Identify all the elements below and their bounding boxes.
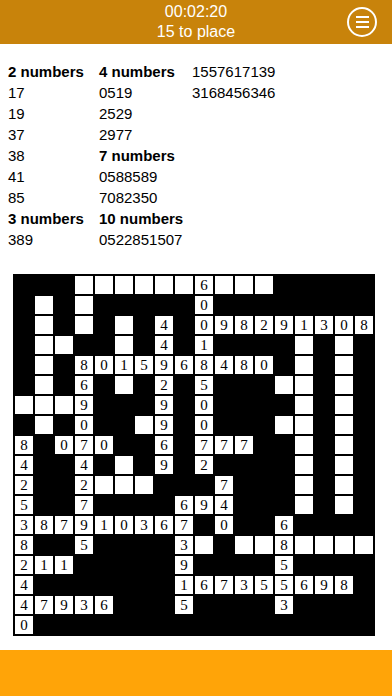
grid-cell[interactable]: 8 — [14, 535, 34, 555]
grid-cell-black — [314, 495, 334, 515]
clue-number[interactable]: 17 — [8, 82, 84, 103]
grid-cell[interactable]: 4 — [74, 455, 94, 475]
grid-cell-black — [314, 415, 334, 435]
grid-cell[interactable]: 6 — [174, 355, 194, 375]
grid-cell[interactable]: 9 — [214, 315, 234, 335]
grid-cell-black — [214, 535, 234, 555]
grid-cell[interactable]: 5 — [174, 595, 194, 615]
grid-cell-black — [54, 495, 74, 515]
grid-cell[interactable]: 1 — [294, 315, 314, 335]
grid-cell-black — [254, 455, 274, 475]
grid-cell-black — [354, 275, 374, 295]
grid-cell-black — [254, 375, 274, 395]
grid-cell-black — [354, 335, 374, 355]
grid-cell-black — [214, 595, 234, 615]
grid-cell[interactable] — [274, 415, 294, 435]
grid-cell[interactable] — [334, 335, 354, 355]
grid-cell-black — [234, 495, 254, 515]
grid-cell[interactable]: 9 — [54, 595, 74, 615]
grid-cell[interactable]: 8 — [34, 515, 54, 535]
grid-cell[interactable]: 1 — [114, 355, 134, 375]
grid-cell-black — [174, 295, 194, 315]
grid-cell-black — [254, 495, 274, 515]
grid-cell[interactable]: 5 — [14, 495, 34, 515]
grid-cell[interactable] — [74, 275, 94, 295]
grid-cell-black — [274, 295, 294, 315]
grid-cell[interactable] — [134, 275, 154, 295]
grid-cell[interactable]: 6 — [154, 515, 174, 535]
clue-number[interactable]: 85 — [8, 187, 84, 208]
grid-cell[interactable]: 9 — [274, 315, 294, 335]
grid-cell[interactable] — [334, 375, 354, 395]
grid-cell[interactable]: 7 — [214, 475, 234, 495]
grid-cell[interactable] — [154, 275, 174, 295]
grid-cell-black — [174, 315, 194, 335]
grid-cell-black — [134, 595, 154, 615]
grid-cell[interactable]: 5 — [274, 555, 294, 575]
grid-cell-black — [174, 415, 194, 435]
grid-cell-black — [314, 295, 334, 315]
grid-cell-black — [314, 595, 334, 615]
grid-cell-black — [214, 335, 234, 355]
grid-cell[interactable]: 9 — [194, 495, 214, 515]
grid-cell-black — [114, 595, 134, 615]
grid-cell-black — [314, 615, 334, 635]
grid-cell[interactable] — [94, 275, 114, 295]
grid-cell[interactable] — [294, 335, 314, 355]
grid-cell[interactable]: 9 — [74, 395, 94, 415]
grid-cell[interactable] — [234, 275, 254, 295]
grid-cell[interactable] — [114, 375, 134, 395]
grid-cell[interactable] — [334, 495, 354, 515]
grid-cell-black — [54, 455, 74, 475]
clue-group-header: 2 numbers — [8, 61, 84, 82]
grid-cell-black — [194, 615, 214, 635]
grid-cell[interactable]: 9 — [314, 575, 334, 595]
grid-cell[interactable] — [94, 475, 114, 495]
grid-cell-black — [194, 475, 214, 495]
grid-cell[interactable]: 7 — [34, 595, 54, 615]
grid-cell-black — [214, 375, 234, 395]
clue-number[interactable]: 3168456346 — [192, 82, 275, 103]
grid-cell-black — [134, 615, 154, 635]
grid-cell-black — [354, 555, 374, 575]
grid-cell[interactable]: 0 — [74, 415, 94, 435]
grid-cell-black — [174, 395, 194, 415]
grid-cell[interactable]: 5 — [254, 575, 274, 595]
grid-cell-black — [254, 595, 274, 615]
grid-cell-black — [114, 555, 134, 575]
grid-cell[interactable]: 6 — [194, 275, 214, 295]
grid-cell-black — [234, 395, 254, 415]
grid-cell-black — [314, 455, 334, 475]
clue-group-header: 3 numbers — [8, 208, 84, 229]
clue-number[interactable]: 38 — [8, 145, 84, 166]
grid-cell-black — [354, 415, 374, 435]
grid-cell[interactable] — [214, 275, 234, 295]
grid-cell-black — [134, 335, 154, 355]
grid-cell-black — [214, 555, 234, 575]
grid-cell[interactable]: 3 — [174, 535, 194, 555]
grid-cell-black — [134, 295, 154, 315]
grid-cell[interactable] — [34, 415, 54, 435]
grid-cell-black — [234, 615, 254, 635]
grid-cell-black — [54, 615, 74, 635]
grid-cell-black — [114, 435, 134, 455]
grid-cell[interactable]: 7 — [74, 435, 94, 455]
grid-cell-black — [94, 395, 114, 415]
grid-cell-black — [154, 475, 174, 495]
grid-cell-black — [94, 335, 114, 355]
grid-cell-black — [354, 495, 374, 515]
grid-cell[interactable]: 9 — [74, 515, 94, 535]
grid-cell-black — [94, 375, 114, 395]
clue-number[interactable]: 37 — [8, 124, 84, 145]
clue-number[interactable]: 7082350 — [99, 187, 183, 208]
grid-cell-black — [94, 415, 114, 435]
grid-cell[interactable]: 9 — [174, 555, 194, 575]
clue-number[interactable]: 2529 — [99, 103, 183, 124]
grid-cell-black — [154, 615, 174, 635]
grid-cell[interactable] — [314, 535, 334, 555]
grid-cell[interactable] — [294, 495, 314, 515]
grid-cell-black — [274, 455, 294, 475]
grid-cell[interactable]: 2 — [14, 555, 34, 575]
grid-cell-black — [74, 575, 94, 595]
grid-cell-black — [194, 515, 214, 535]
grid-cell[interactable]: 6 — [294, 575, 314, 595]
grid-cell[interactable]: 7 — [74, 495, 94, 515]
grid-cell[interactable] — [14, 395, 34, 415]
grid-cell-black — [354, 595, 374, 615]
grid-cell-black — [354, 515, 374, 535]
clue-number[interactable]: 0519 — [99, 82, 183, 103]
grid-cell[interactable] — [294, 415, 314, 435]
grid-cell-black — [254, 615, 274, 635]
clue-column-1: 2 numbers1719373841853 numbers389 — [8, 61, 84, 250]
grid-cell[interactable] — [294, 455, 314, 475]
grid-cell[interactable]: 0 — [254, 355, 274, 375]
grid-cell[interactable]: 6 — [174, 495, 194, 515]
grid-cell-black — [14, 355, 34, 375]
grid-cell[interactable]: 8 — [334, 575, 354, 595]
grid-cell-black — [274, 615, 294, 635]
grid-cell-black — [134, 575, 154, 595]
grid-cell-black — [14, 375, 34, 395]
grid-cell[interactable]: 0 — [214, 515, 234, 535]
grid-cell[interactable] — [114, 455, 134, 475]
grid-cell[interactable] — [34, 315, 54, 335]
grid-cell[interactable]: 8 — [74, 355, 94, 375]
grid-cell-black — [94, 295, 114, 315]
grid-cell-black — [334, 615, 354, 635]
clue-number[interactable]: 0522851507 — [99, 229, 183, 250]
grid-cell-black — [254, 395, 274, 415]
grid-cell-black — [174, 435, 194, 455]
grid-cell[interactable] — [274, 375, 294, 395]
grid-cell[interactable]: 4 — [154, 315, 174, 335]
grid-cell[interactable]: 0 — [94, 355, 114, 375]
clue-column-3: 15576171393168456346 — [192, 61, 275, 103]
grid-cell-black — [154, 595, 174, 615]
grid-cell[interactable] — [294, 375, 314, 395]
clue-number[interactable]: 0588589 — [99, 166, 183, 187]
grid-cell[interactable]: 7 — [214, 435, 234, 455]
puzzle-board: 6040982913084180159684806259900908070677… — [13, 274, 375, 636]
menu-button[interactable] — [347, 7, 377, 37]
clue-number[interactable]: 19 — [8, 103, 84, 124]
grid-cell[interactable]: 3 — [14, 515, 34, 535]
grid-cell[interactable]: 2 — [194, 455, 214, 475]
grid-cell[interactable] — [114, 315, 134, 335]
grid-cell-black — [94, 315, 114, 335]
grid-cell[interactable]: 0 — [194, 295, 214, 315]
grid-cell[interactable]: 8 — [354, 315, 374, 335]
grid-cell-black — [54, 355, 74, 375]
grid-cell[interactable] — [34, 375, 54, 395]
grid-cell-black — [174, 335, 194, 355]
grid-cell-black — [194, 555, 214, 575]
grid-cell[interactable]: 3 — [234, 575, 254, 595]
grid-cell[interactable]: 0 — [14, 615, 34, 635]
grid-cell-black — [354, 375, 374, 395]
grid-cell[interactable] — [254, 275, 274, 295]
grid-cell-black — [54, 535, 74, 555]
grid-cell-black — [214, 455, 234, 475]
grid-cell[interactable]: 6 — [194, 575, 214, 595]
grid-cell[interactable]: 9 — [154, 455, 174, 475]
grid-cell-black — [234, 415, 254, 435]
grid-cell[interactable]: 7 — [174, 515, 194, 535]
grid-cell[interactable] — [294, 355, 314, 375]
grid-cell-black — [294, 555, 314, 575]
grid-cell[interactable] — [54, 335, 74, 355]
grid-cell[interactable]: 3 — [274, 595, 294, 615]
grid-cell-black — [114, 535, 134, 555]
grid-cell[interactable]: 4 — [14, 455, 34, 475]
grid-cell-black — [254, 475, 274, 495]
grid-cell[interactable]: 0 — [114, 515, 134, 535]
grid-cell[interactable] — [354, 535, 374, 555]
grid-cell[interactable]: 0 — [54, 435, 74, 455]
grid-cell[interactable]: 6 — [74, 375, 94, 395]
grid-cell[interactable]: 9 — [154, 395, 174, 415]
grid-cell[interactable] — [194, 535, 214, 555]
grid-cell-black — [314, 355, 334, 375]
grid-cell[interactable]: 5 — [274, 575, 294, 595]
bottom-bar — [0, 650, 392, 696]
grid-cell[interactable] — [34, 355, 54, 375]
grid-cell[interactable]: 2 — [254, 315, 274, 335]
grid-cell[interactable] — [114, 475, 134, 495]
grid-cell-black — [294, 515, 314, 535]
grid-cell[interactable]: 3 — [74, 595, 94, 615]
grid-cell[interactable] — [334, 395, 354, 415]
grid-cell-black — [334, 295, 354, 315]
grid-cell[interactable] — [294, 395, 314, 415]
grid-cell[interactable]: 4 — [14, 595, 34, 615]
grid-cell[interactable] — [114, 275, 134, 295]
clue-number[interactable]: 2977 — [99, 124, 183, 145]
grid-cell-black — [174, 375, 194, 395]
grid-cell-black — [94, 575, 114, 595]
grid-cell-black — [134, 495, 154, 515]
grid-cell[interactable]: 7 — [234, 435, 254, 455]
grid-cell-black — [354, 435, 374, 455]
grid-cell[interactable] — [334, 435, 354, 455]
grid-cell[interactable]: 8 — [234, 315, 254, 335]
grid-cell-black — [54, 475, 74, 495]
grid-cell[interactable] — [74, 315, 94, 335]
grid-cell[interactable]: 1 — [34, 555, 54, 575]
grid-cell-black — [134, 395, 154, 415]
clue-number[interactable]: 41 — [8, 166, 84, 187]
grid-cell-black — [294, 595, 314, 615]
timer: 00:02:20 — [0, 2, 392, 22]
grid-cell-black — [274, 355, 294, 375]
grid-cell[interactable]: 7 — [214, 575, 234, 595]
grid-cell-black — [114, 615, 134, 635]
grid-cell-black — [234, 475, 254, 495]
grid-cell-black — [114, 415, 134, 435]
grid-cell-black — [174, 615, 194, 635]
grid-cell[interactable]: 0 — [334, 315, 354, 335]
grid-cell-black — [34, 455, 54, 475]
grid-cell[interactable] — [334, 355, 354, 375]
grid-cell[interactable]: 4 — [214, 355, 234, 375]
grid-cell[interactable]: 5 — [194, 375, 214, 395]
grid-cell[interactable]: 3 — [134, 515, 154, 535]
clue-number[interactable]: 1557617139 — [192, 61, 275, 82]
grid-cell-black — [234, 335, 254, 355]
grid-cell[interactable]: 6 — [94, 595, 114, 615]
grid-cell[interactable] — [74, 295, 94, 315]
grid-cell-black — [214, 295, 234, 315]
grid-cell[interactable]: 2 — [14, 475, 34, 495]
grid-cell-black — [274, 475, 294, 495]
grid-cell[interactable]: 8 — [194, 355, 214, 375]
grid-cell[interactable]: 3 — [314, 315, 334, 335]
grid-cell-black — [154, 575, 174, 595]
grid-cell[interactable]: 0 — [194, 395, 214, 415]
grid-cell[interactable]: 4 — [214, 495, 234, 515]
grid-cell[interactable] — [294, 435, 314, 455]
grid-cell[interactable]: 9 — [154, 415, 174, 435]
grid-cell[interactable]: 0 — [94, 435, 114, 455]
grid-cell[interactable] — [234, 535, 254, 555]
grid-cell[interactable]: 8 — [274, 535, 294, 555]
grid-cell-black — [214, 395, 234, 415]
grid-cell-black — [94, 555, 114, 575]
grid-cell-black — [14, 275, 34, 295]
grid-cell[interactable] — [294, 535, 314, 555]
grid-cell-black — [354, 295, 374, 315]
grid-cell-black — [334, 595, 354, 615]
grid-cell[interactable]: 0 — [194, 415, 214, 435]
grid-cell[interactable]: 0 — [194, 315, 214, 335]
grid-cell[interactable] — [334, 535, 354, 555]
grid-cell-black — [294, 295, 314, 315]
grid-cell-black — [114, 495, 134, 515]
grid-cell[interactable] — [334, 455, 354, 475]
grid-cell-black — [154, 295, 174, 315]
grid-cell-black — [314, 395, 334, 415]
grid-cell-black — [314, 335, 334, 355]
grid-cell-black — [34, 615, 54, 635]
grid-cell[interactable] — [34, 335, 54, 355]
grid-cell-black — [334, 515, 354, 535]
grid-cell[interactable]: 2 — [154, 375, 174, 395]
clue-group-header: 7 numbers — [99, 145, 183, 166]
grid-cell[interactable] — [134, 475, 154, 495]
grid-cell-black — [14, 295, 34, 315]
grid-cell[interactable]: 1 — [94, 515, 114, 535]
grid-cell[interactable]: 8 — [14, 435, 34, 455]
clue-number[interactable]: 389 — [8, 229, 84, 250]
grid-cell-black — [314, 275, 334, 295]
grid-cell[interactable]: 7 — [54, 515, 74, 535]
grid-cell[interactable]: 1 — [174, 575, 194, 595]
grid-cell-black — [254, 555, 274, 575]
grid-cell-black — [214, 415, 234, 435]
grid-cell[interactable] — [174, 275, 194, 295]
grid-cell-black — [234, 515, 254, 535]
grid-cell-black — [274, 435, 294, 455]
grid-cell[interactable] — [34, 395, 54, 415]
grid-cell[interactable] — [334, 475, 354, 495]
grid-cell[interactable]: 4 — [14, 575, 34, 595]
grid-cell[interactable]: 1 — [194, 335, 214, 355]
grid-cell[interactable] — [334, 415, 354, 435]
grid-cell[interactable]: 9 — [154, 355, 174, 375]
grid-cell-black — [254, 415, 274, 435]
grid-cell-black — [234, 375, 254, 395]
grid-cell-black — [314, 375, 334, 395]
grid-cell[interactable] — [54, 395, 74, 415]
grid-cell[interactable]: 6 — [274, 515, 294, 535]
grid-cell[interactable] — [254, 535, 274, 555]
clue-group-header: 4 numbers — [99, 61, 183, 82]
grid-cell-black — [94, 455, 114, 475]
grid-cell[interactable]: 7 — [194, 435, 214, 455]
grid-cell[interactable]: 5 — [74, 535, 94, 555]
grid-cell-black — [334, 275, 354, 295]
grid-cell[interactable] — [34, 295, 54, 315]
grid-cell[interactable]: 2 — [74, 475, 94, 495]
grid-cell[interactable] — [134, 415, 154, 435]
clue-column-2: 4 numbers0519252929777 numbers0588589708… — [99, 61, 183, 250]
grid-cell[interactable]: 4 — [154, 335, 174, 355]
grid-cell-black — [274, 275, 294, 295]
grid-cell[interactable]: 6 — [154, 435, 174, 455]
grid-cell[interactable] — [114, 335, 134, 355]
grid-cell-black — [34, 275, 54, 295]
grid-cell-black — [34, 435, 54, 455]
grid-cell-black — [34, 475, 54, 495]
grid-cell[interactable]: 8 — [234, 355, 254, 375]
grid-cell[interactable]: 1 — [54, 555, 74, 575]
grid-cell-black — [234, 555, 254, 575]
grid-cell-black — [54, 315, 74, 335]
grid-cell-black — [314, 555, 334, 575]
grid-cell-black — [294, 615, 314, 635]
grid-cell-black — [34, 495, 54, 515]
grid-cell-black — [134, 435, 154, 455]
grid-cell[interactable]: 5 — [134, 355, 154, 375]
grid-cell-black — [94, 535, 114, 555]
grid-cell[interactable] — [294, 475, 314, 495]
grid-cell-black — [354, 475, 374, 495]
